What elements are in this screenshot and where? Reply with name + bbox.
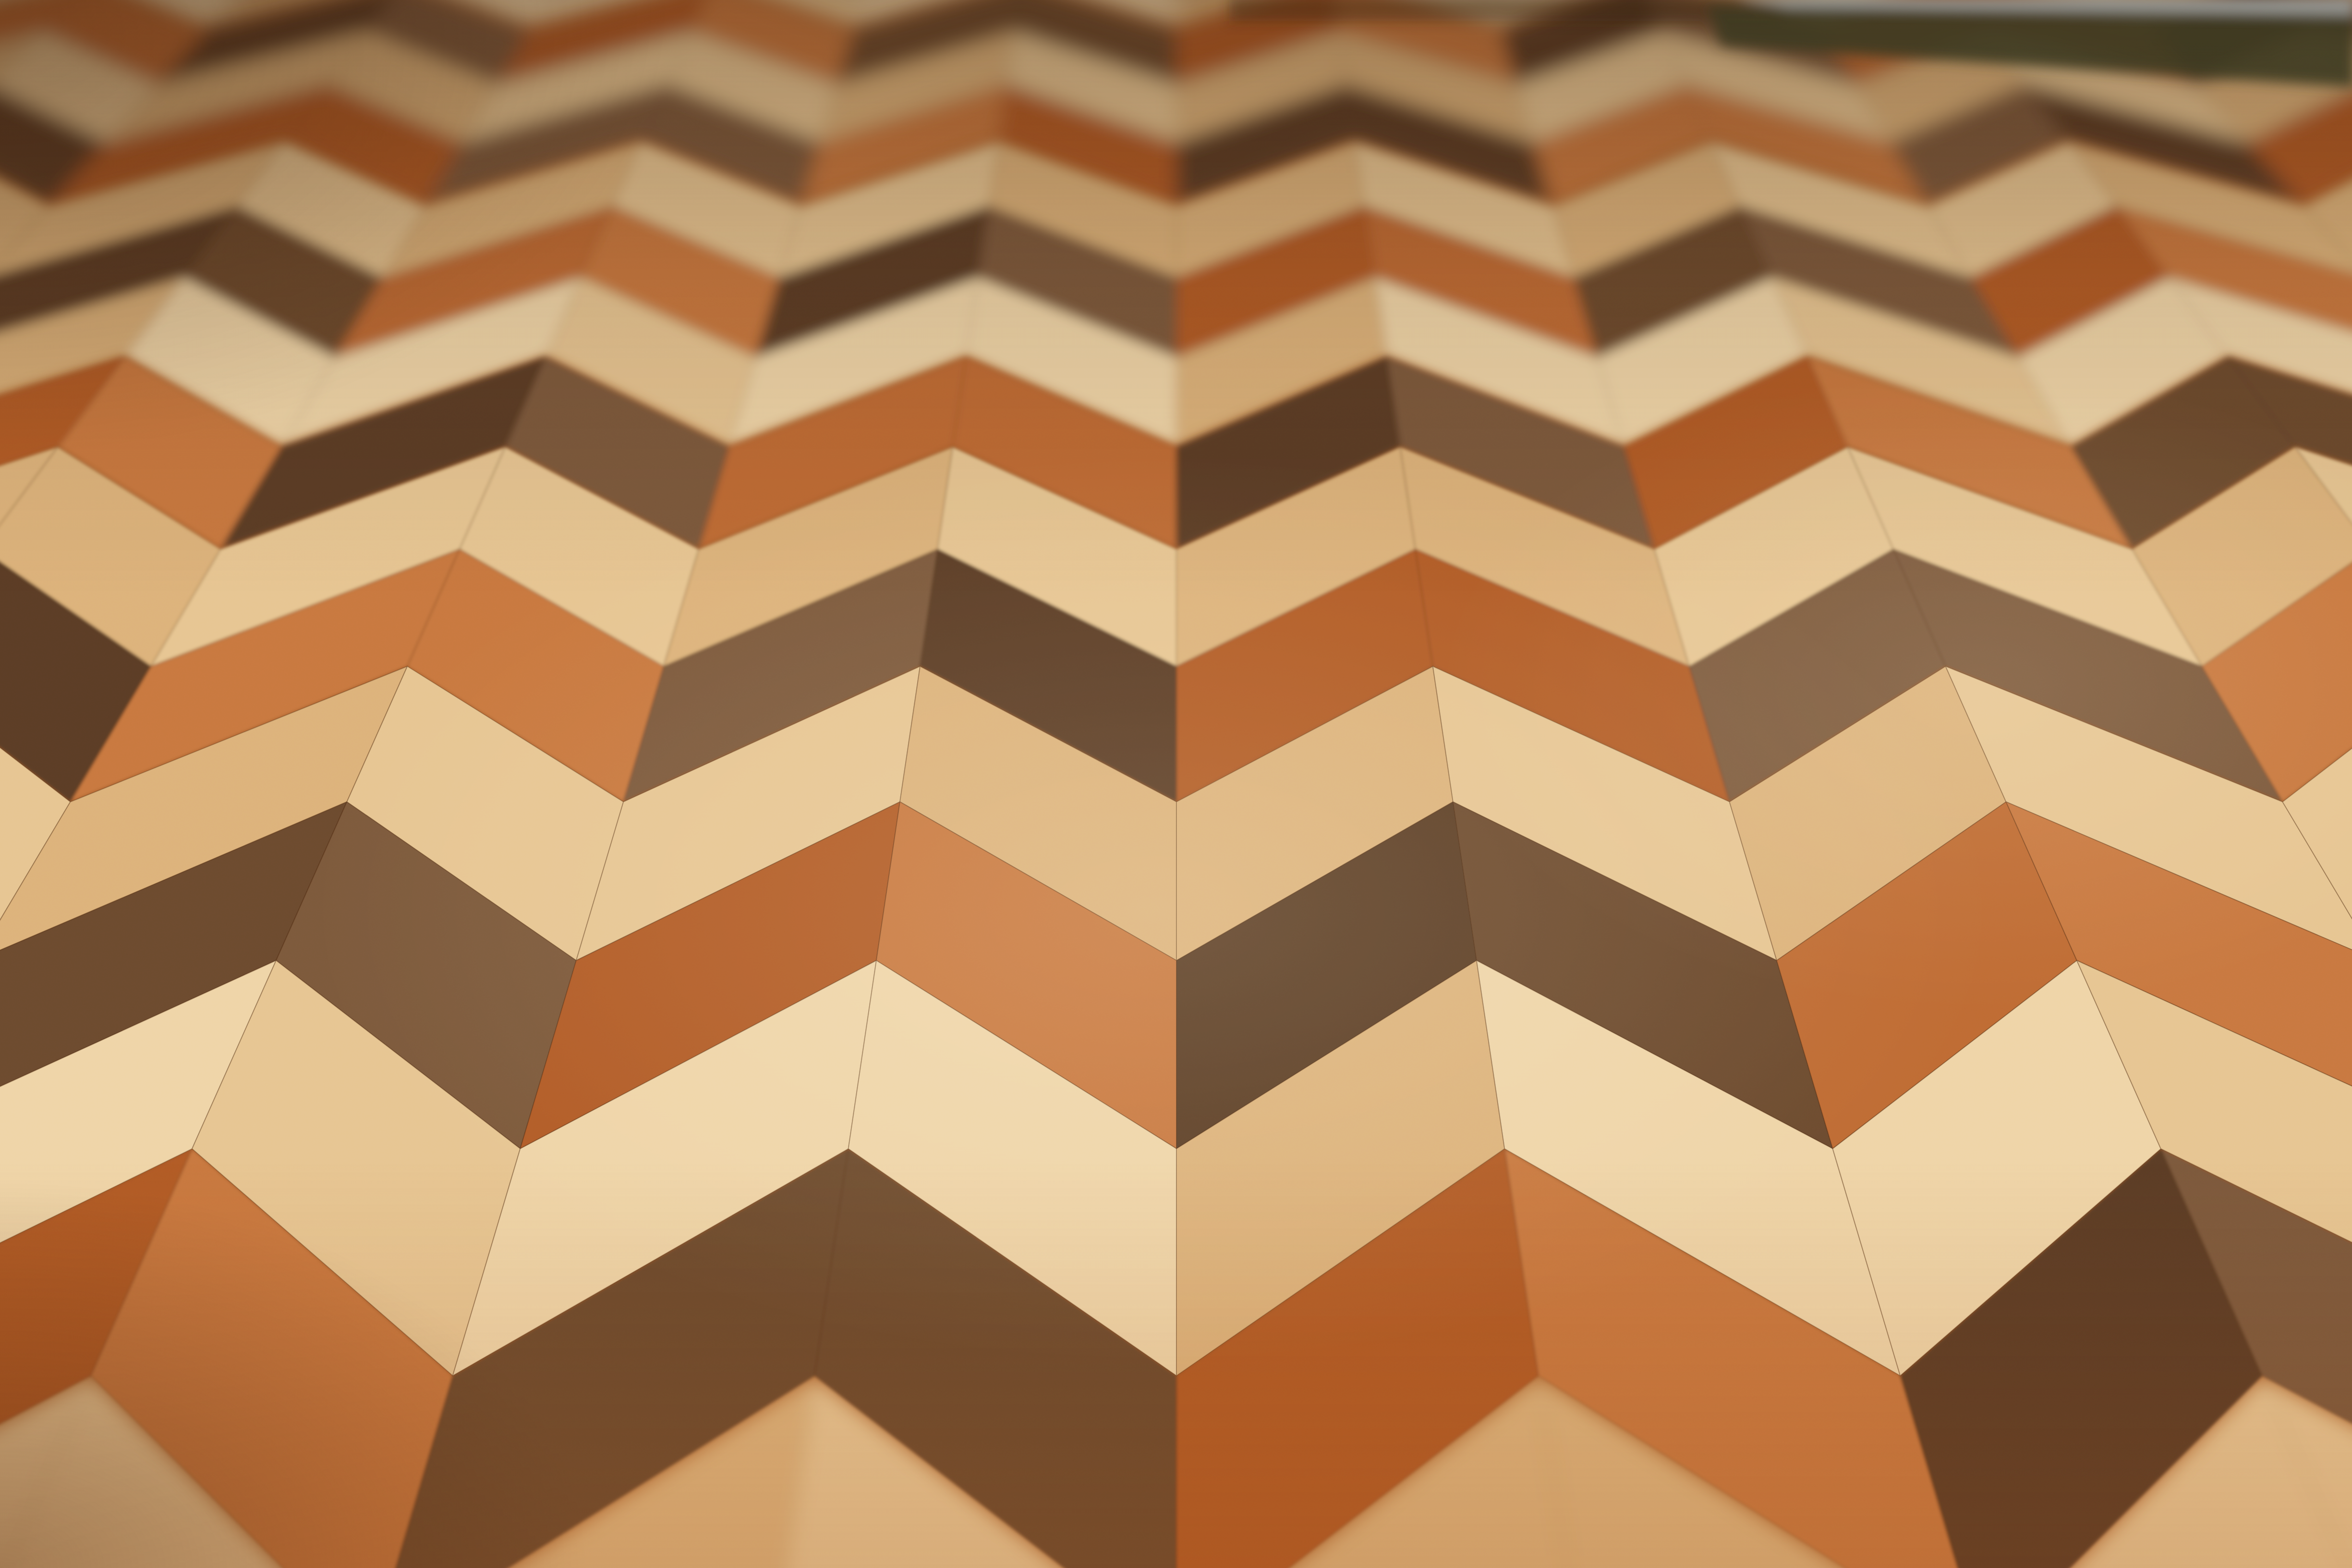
parquetry-board-photo bbox=[0, 0, 2352, 1568]
photo-grain bbox=[0, 0, 2352, 1568]
photo-frame bbox=[0, 0, 2352, 1568]
